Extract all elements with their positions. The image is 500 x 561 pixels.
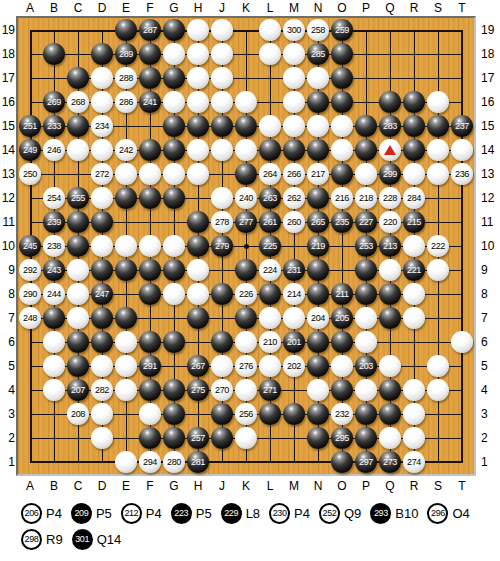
move-circle-296: 296 xyxy=(427,503,448,524)
move-number-label: 286 xyxy=(119,98,133,107)
stone-N7-white: 204 xyxy=(307,307,329,329)
stone-J14-white xyxy=(211,139,233,161)
move-point-label: P4 xyxy=(146,506,162,521)
move-number-label: 244 xyxy=(47,290,61,299)
stone-P6-white xyxy=(355,331,377,353)
stone-K2-white xyxy=(235,427,257,449)
row-label-left-5: 5 xyxy=(0,359,15,373)
move-number-label: 216 xyxy=(335,194,349,203)
move-number-label: 240 xyxy=(239,194,253,203)
stone-K15-black xyxy=(235,115,257,137)
col-label-top-J: J xyxy=(210,1,234,15)
stone-D11-black xyxy=(91,211,113,233)
move-number-label: 214 xyxy=(287,290,301,299)
move-number-label: 273 xyxy=(383,458,397,467)
caption-entry-move-209: 209P5 xyxy=(71,503,112,524)
stone-G6-black xyxy=(163,331,185,353)
stone-D9-black xyxy=(91,259,113,281)
stone-O8-black: 211 xyxy=(331,283,353,305)
stone-O18-black xyxy=(331,43,353,65)
stone-F12-black xyxy=(139,187,161,209)
row-label-right-5: 5 xyxy=(481,359,500,373)
stone-D13-white: 272 xyxy=(91,163,113,185)
move-number-label: 279 xyxy=(215,242,229,251)
stone-P4-white xyxy=(355,379,377,401)
stone-F4-black xyxy=(139,379,161,401)
move-number-label: 256 xyxy=(239,410,253,419)
move-number-label: 275 xyxy=(191,386,205,395)
stone-B8-white: 244 xyxy=(43,283,65,305)
move-number-label: 266 xyxy=(287,170,301,179)
move-point-label: P5 xyxy=(196,506,212,521)
move-number-label: 282 xyxy=(95,386,109,395)
stone-O12-white: 216 xyxy=(331,187,353,209)
stone-F13-white xyxy=(139,163,161,185)
stone-M7-white xyxy=(283,307,305,329)
stone-B4-white xyxy=(43,379,65,401)
stone-J15-black xyxy=(211,115,233,137)
stone-K9-black xyxy=(235,259,257,281)
stone-R12-white: 284 xyxy=(403,187,425,209)
stone-L5-white xyxy=(259,355,281,377)
move-number-label: 264 xyxy=(263,170,277,179)
stone-D8-black: 247 xyxy=(91,283,113,305)
move-number-label: 222 xyxy=(431,242,445,251)
stone-H9-white xyxy=(187,259,209,281)
row-label-right-14: 14 xyxy=(481,143,500,157)
move-number-label: 285 xyxy=(311,50,325,59)
move-point-label: P4 xyxy=(46,506,62,521)
stone-L18-white xyxy=(259,43,281,65)
stone-G9-black xyxy=(163,259,185,281)
move-number-label: 251 xyxy=(23,122,37,131)
row-label-left-19: 19 xyxy=(0,23,15,37)
move-number-label: 243 xyxy=(47,266,61,275)
col-label-bottom-B: B xyxy=(42,479,66,493)
stone-H16-white xyxy=(187,91,209,113)
stone-K12-white: 240 xyxy=(235,187,257,209)
stone-F18-black xyxy=(139,43,161,65)
last-move-triangle-icon xyxy=(384,145,396,155)
stone-L3-black xyxy=(259,403,281,425)
move-number-label: 299 xyxy=(383,170,397,179)
move-number-label: 211 xyxy=(335,290,348,299)
move-number-label: 228 xyxy=(383,194,397,203)
stone-D14-white xyxy=(91,139,113,161)
stone-C10-black xyxy=(67,235,89,257)
star-point-K10 xyxy=(244,244,249,249)
stone-R15-black xyxy=(403,115,425,137)
move-number-label: 257 xyxy=(191,434,205,443)
stone-K11-black: 277 xyxy=(235,211,257,233)
col-label-bottom-R: R xyxy=(402,479,426,493)
stone-L4-black: 271 xyxy=(259,379,281,401)
stone-M18-white xyxy=(283,43,305,65)
stone-G17-black xyxy=(163,67,185,89)
stone-O16-black xyxy=(331,91,353,113)
stone-D4-white: 282 xyxy=(91,379,113,401)
stone-H19-white xyxy=(187,19,209,41)
stone-Q11-white: 220 xyxy=(379,211,401,233)
move-circle-209: 209 xyxy=(71,503,92,524)
stone-N5-black xyxy=(307,355,329,377)
move-number-label: 205 xyxy=(335,314,349,323)
col-label-top-C: C xyxy=(66,1,90,15)
move-number-label: 267 xyxy=(191,362,205,371)
move-number-label: 280 xyxy=(167,458,181,467)
stone-E12-black xyxy=(115,187,137,209)
stone-N14-black xyxy=(307,139,329,161)
stone-H2-black: 257 xyxy=(187,427,209,449)
stone-T13-white: 236 xyxy=(451,163,473,185)
row-label-left-13: 13 xyxy=(0,167,15,181)
move-number-label: 224 xyxy=(263,266,277,275)
stone-A13-white: 250 xyxy=(19,163,41,185)
move-circle-301: 301 xyxy=(72,529,93,550)
row-label-left-9: 9 xyxy=(0,263,15,277)
stone-D16-white xyxy=(91,91,113,113)
col-label-bottom-P: P xyxy=(354,479,378,493)
stone-Q2-white xyxy=(379,427,401,449)
stone-O13-black xyxy=(331,163,353,185)
row-label-right-2: 2 xyxy=(481,431,500,445)
stone-Q13-black: 299 xyxy=(379,163,401,185)
row-label-left-11: 11 xyxy=(0,215,15,229)
move-point-label: P4 xyxy=(294,506,310,521)
stone-P14-black xyxy=(355,139,377,161)
row-label-left-17: 17 xyxy=(0,71,15,85)
stone-G1-white: 280 xyxy=(163,451,185,473)
stone-R4-white xyxy=(403,379,425,401)
col-label-bottom-D: D xyxy=(90,479,114,493)
move-number-label: 284 xyxy=(407,194,421,203)
stone-P13-white xyxy=(355,163,377,185)
stone-L9-white: 224 xyxy=(259,259,281,281)
stone-S4-white xyxy=(427,379,449,401)
stone-R1-white: 274 xyxy=(403,451,425,473)
col-label-top-T: T xyxy=(450,1,474,15)
stone-N8-black xyxy=(307,283,329,305)
stone-M15-white xyxy=(283,115,305,137)
move-number-label: 218 xyxy=(359,194,373,203)
stone-Q9-white xyxy=(379,259,401,281)
stone-H8-white xyxy=(187,283,209,305)
move-number-label: 215 xyxy=(407,218,421,227)
stone-Q7-black xyxy=(379,307,401,329)
stone-Q5-white xyxy=(379,355,401,377)
stone-F2-black xyxy=(139,427,161,449)
move-number-label: 231 xyxy=(287,266,301,275)
move-number-label: 208 xyxy=(71,410,85,419)
stone-F19-black: 287 xyxy=(139,19,161,41)
stone-L14-black xyxy=(259,139,281,161)
move-number-label: 217 xyxy=(311,170,325,179)
stone-K4-white xyxy=(235,379,257,401)
stone-L15-white xyxy=(259,115,281,137)
stone-B18-black xyxy=(43,43,65,65)
stone-K8-white: 226 xyxy=(235,283,257,305)
stone-G10-white xyxy=(163,235,185,257)
stone-N11-black: 265 xyxy=(307,211,329,233)
move-number-label: 270 xyxy=(215,386,229,395)
col-label-top-D: D xyxy=(90,1,114,15)
stone-H11-black xyxy=(187,211,209,233)
stone-S15-black xyxy=(427,115,449,137)
stone-N10-black: 219 xyxy=(307,235,329,257)
move-number-label: 290 xyxy=(23,290,37,299)
stone-N19-white: 258 xyxy=(307,19,329,41)
stone-Q8-black xyxy=(379,283,401,305)
move-number-label: 263 xyxy=(263,194,277,203)
caption-entry-move-212: 212P4 xyxy=(121,503,162,524)
caption-entry-move-230: 230P4 xyxy=(269,503,310,524)
stone-E17-white: 288 xyxy=(115,67,137,89)
stone-H15-black xyxy=(187,115,209,137)
stone-D17-white xyxy=(91,67,113,89)
stone-Q3-black xyxy=(379,403,401,425)
move-number-label: 265 xyxy=(311,218,325,227)
stone-K7-black xyxy=(235,307,257,329)
col-label-top-L: L xyxy=(258,1,282,15)
stone-O2-black: 295 xyxy=(331,427,353,449)
row-label-right-1: 1 xyxy=(481,455,500,469)
stone-H10-black xyxy=(187,235,209,257)
stone-H7-black xyxy=(187,307,209,329)
stone-M14-black xyxy=(283,139,305,161)
stone-F16-black: 241 xyxy=(139,91,161,113)
stone-D5-white xyxy=(91,355,113,377)
row-label-right-6: 6 xyxy=(481,335,500,349)
stone-R9-black: 221 xyxy=(403,259,425,281)
move-number-label: 276 xyxy=(239,362,253,371)
stone-B10-white: 238 xyxy=(43,235,65,257)
stone-L12-black: 263 xyxy=(259,187,281,209)
stone-P11-black: 227 xyxy=(355,211,377,233)
stone-F10-white xyxy=(139,235,161,257)
caption-entry-move-298: 298R9 xyxy=(21,529,63,550)
caption-entry-move-229: 229L8 xyxy=(221,503,260,524)
stone-B15-black: 233 xyxy=(43,115,65,137)
move-number-label: 287 xyxy=(143,26,157,35)
stone-E13-white xyxy=(115,163,137,185)
move-number-label: 201 xyxy=(287,338,301,347)
caption-entry-move-223: 223P5 xyxy=(171,503,212,524)
stone-G12-black xyxy=(163,187,185,209)
move-number-label: 237 xyxy=(455,122,469,131)
col-label-bottom-S: S xyxy=(426,479,450,493)
row-label-left-8: 8 xyxy=(0,287,15,301)
stone-C5-black xyxy=(67,355,89,377)
stone-C3-white: 208 xyxy=(67,403,89,425)
move-number-label: 213 xyxy=(383,242,397,251)
stone-O3-white: 232 xyxy=(331,403,353,425)
stone-S14-white xyxy=(427,139,449,161)
stone-N4-white xyxy=(307,379,329,401)
stone-E1-white xyxy=(115,451,137,473)
move-number-label: 291 xyxy=(143,362,157,371)
move-number-label: 283 xyxy=(383,122,397,131)
stone-H18-white xyxy=(187,43,209,65)
stone-R8-white xyxy=(403,283,425,305)
stone-C12-black: 255 xyxy=(67,187,89,209)
stone-R10-white xyxy=(403,235,425,257)
stone-N15-white xyxy=(307,115,329,137)
stone-T15-black: 237 xyxy=(451,115,473,137)
col-label-bottom-J: J xyxy=(210,479,234,493)
move-circle-298: 298 xyxy=(21,529,42,550)
stone-M11-white: 260 xyxy=(283,211,305,233)
move-number-label: 250 xyxy=(23,170,37,179)
move-number-label: 233 xyxy=(47,122,61,131)
stone-G3-black xyxy=(163,403,185,425)
stone-R13-white xyxy=(403,163,425,185)
stone-J12-white xyxy=(211,187,233,209)
move-number-label: 272 xyxy=(95,170,109,179)
move-number-label: 238 xyxy=(47,242,61,251)
stone-K13-black xyxy=(235,163,257,185)
stone-P3-black xyxy=(355,403,377,425)
stone-O4-black xyxy=(331,379,353,401)
stone-L6-white: 210 xyxy=(259,331,281,353)
row-label-left-4: 4 xyxy=(0,383,15,397)
move-point-label: P5 xyxy=(96,506,112,521)
stone-N16-black xyxy=(307,91,329,113)
stone-L10-black: 225 xyxy=(259,235,281,257)
stone-R16-black xyxy=(403,91,425,113)
stone-J2-black xyxy=(211,427,233,449)
col-label-top-O: O xyxy=(330,1,354,15)
stone-A8-white: 290 xyxy=(19,283,41,305)
stone-R14-black xyxy=(403,139,425,161)
col-label-bottom-H: H xyxy=(186,479,210,493)
move-number-label: 249 xyxy=(23,146,37,155)
stone-M17-white xyxy=(283,67,305,89)
move-number-label: 258 xyxy=(311,26,325,35)
move-circle-212: 212 xyxy=(121,503,142,524)
move-circle-206: 206 xyxy=(21,503,42,524)
stone-M6-black: 201 xyxy=(283,331,305,353)
col-label-bottom-N: N xyxy=(306,479,330,493)
stone-D15-white: 234 xyxy=(91,115,113,137)
stone-F14-black xyxy=(139,139,161,161)
stone-O1-black xyxy=(331,451,353,473)
stone-C8-white xyxy=(67,283,89,305)
move-circle-229: 229 xyxy=(221,503,242,524)
move-number-label: 254 xyxy=(47,194,61,203)
stone-E16-white: 286 xyxy=(115,91,137,113)
stone-M8-white: 214 xyxy=(283,283,305,305)
caption-entry-move-206: 206P4 xyxy=(21,503,62,524)
caption-entry-move-293: 293B10 xyxy=(370,503,418,524)
col-label-top-G: G xyxy=(162,1,186,15)
caption-row-1: 206P4209P5212P4223P5229L8230P4252Q9293B1… xyxy=(21,502,491,524)
row-label-right-19: 19 xyxy=(481,23,500,37)
stone-N13-white: 217 xyxy=(307,163,329,185)
col-label-bottom-G: G xyxy=(162,479,186,493)
move-number-label: 260 xyxy=(287,218,301,227)
stone-C15-black xyxy=(67,115,89,137)
stone-B14-white: 246 xyxy=(43,139,65,161)
move-number-label: 219 xyxy=(311,242,325,251)
stone-C6-black xyxy=(67,331,89,353)
move-number-label: 259 xyxy=(335,26,349,35)
stone-O19-black: 259 xyxy=(331,19,353,41)
row-label-right-13: 13 xyxy=(481,167,500,181)
stone-J16-white xyxy=(211,91,233,113)
stone-C17-black xyxy=(67,67,89,89)
stone-H5-black: 267 xyxy=(187,355,209,377)
move-number-label: 297 xyxy=(359,458,373,467)
stone-F6-black xyxy=(139,331,161,353)
stone-F17-black xyxy=(139,67,161,89)
stone-S13-white xyxy=(427,163,449,185)
stone-G18-white xyxy=(163,43,185,65)
move-number-label: 234 xyxy=(95,122,109,131)
stone-C16-white: 268 xyxy=(67,91,89,113)
move-number-label: 274 xyxy=(407,458,421,467)
move-number-label: 294 xyxy=(143,458,157,467)
caption-entry-move-252: 252Q9 xyxy=(319,503,361,524)
stone-L11-black: 261 xyxy=(259,211,281,233)
col-label-top-R: R xyxy=(402,1,426,15)
move-number-label: 241 xyxy=(143,98,157,107)
col-label-top-K: K xyxy=(234,1,258,15)
row-label-left-15: 15 xyxy=(0,119,15,133)
stone-G13-white xyxy=(163,163,185,185)
row-label-left-7: 7 xyxy=(0,311,15,325)
stone-C14-white xyxy=(67,139,89,161)
stone-P10-black: 253 xyxy=(355,235,377,257)
stone-F8-black xyxy=(139,283,161,305)
move-number-label: 227 xyxy=(359,218,373,227)
stone-E4-white xyxy=(115,379,137,401)
move-number-label: 202 xyxy=(287,362,301,371)
row-label-right-3: 3 xyxy=(481,407,500,421)
col-label-top-N: N xyxy=(306,1,330,15)
stone-B5-white xyxy=(43,355,65,377)
stone-D10-white xyxy=(91,235,113,257)
move-number-label: 292 xyxy=(23,266,37,275)
stone-F5-black: 291 xyxy=(139,355,161,377)
move-point-label: R9 xyxy=(46,532,63,547)
move-point-label: O4 xyxy=(452,506,469,521)
move-number-label: 242 xyxy=(119,146,133,155)
stone-G2-black xyxy=(163,427,185,449)
stone-N9-black xyxy=(307,259,329,281)
col-label-bottom-C: C xyxy=(66,479,90,493)
move-number-label: 235 xyxy=(335,218,349,227)
move-number-label: 261 xyxy=(263,218,277,227)
stone-E18-black: 289 xyxy=(115,43,137,65)
stone-P8-black xyxy=(355,283,377,305)
stone-K3-white: 256 xyxy=(235,403,257,425)
move-number-label: 210 xyxy=(263,338,277,347)
move-number-label: 225 xyxy=(263,242,277,251)
stone-D12-white xyxy=(91,187,113,209)
row-label-right-7: 7 xyxy=(481,311,500,325)
stone-O15-white xyxy=(331,115,353,137)
stone-L8-black xyxy=(259,283,281,305)
row-label-right-4: 4 xyxy=(481,383,500,397)
col-label-bottom-A: A xyxy=(18,479,42,493)
stone-P2-black xyxy=(355,427,377,449)
row-label-right-12: 12 xyxy=(481,191,500,205)
stone-R2-white xyxy=(403,427,425,449)
move-number-label: 247 xyxy=(95,290,109,299)
move-number-label: 221 xyxy=(407,266,421,275)
stone-H1-black: 281 xyxy=(187,451,209,473)
move-number-label: 255 xyxy=(71,194,85,203)
